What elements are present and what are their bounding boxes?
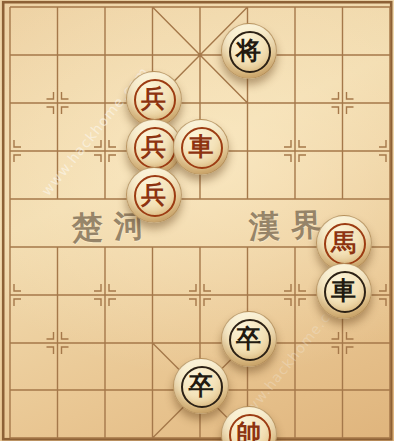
piece-glyph-soldier: 兵 [127,168,181,220]
piece-black-soldier[interactable]: 卒 [173,358,229,414]
piece-glyph-chariot: 車 [317,264,371,316]
piece-red-general[interactable]: 帥 [221,406,277,441]
piece-black-soldier[interactable]: 卒 [221,311,277,367]
piece-glyph-general: 将 [222,24,276,76]
xiangqi-board[interactable]: 楚河 漢界 www.hackhome.com www.hackhome.com … [0,0,394,441]
piece-glyph-soldier: 卒 [174,359,228,411]
piece-glyph-soldier: 卒 [222,312,276,364]
piece-red-soldier[interactable]: 兵 [126,167,182,223]
piece-glyph-general: 帥 [222,407,276,441]
piece-glyph-soldier: 兵 [127,72,181,124]
piece-black-chariot[interactable]: 車 [316,263,372,319]
piece-red-chariot[interactable]: 車 [173,119,229,175]
piece-glyph-horse: 馬 [317,216,371,268]
piece-black-general[interactable]: 将 [221,23,277,79]
piece-glyph-chariot: 車 [174,120,228,172]
